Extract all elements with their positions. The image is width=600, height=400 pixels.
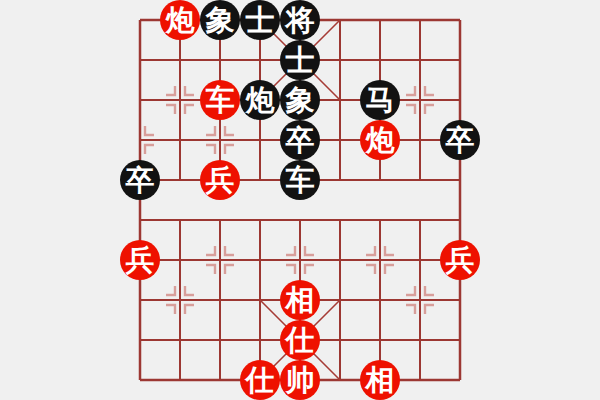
piece-red-cannon[interactable]: 炮 (160, 0, 200, 40)
piece-red-advisor[interactable]: 仕 (240, 360, 280, 400)
piece-red-general[interactable]: 帅 (280, 360, 320, 400)
piece-black-soldier[interactable]: 卒 (280, 120, 320, 160)
piece-red-elephant[interactable]: 相 (280, 280, 320, 320)
piece-black-chariot[interactable]: 车 (280, 160, 320, 200)
piece-red-cannon[interactable]: 炮 (360, 120, 400, 160)
piece-black-soldier[interactable]: 卒 (120, 160, 160, 200)
piece-red-elephant[interactable]: 相 (360, 360, 400, 400)
piece-black-advisor[interactable]: 士 (280, 40, 320, 80)
piece-red-advisor[interactable]: 仕 (280, 320, 320, 360)
piece-red-soldier[interactable]: 兵 (120, 240, 160, 280)
xiangqi-app: 炮象士将士车炮象马卒炮卒卒兵车兵兵相仕仕帅相 (0, 0, 600, 400)
piece-black-advisor[interactable]: 士 (240, 0, 280, 40)
piece-black-soldier[interactable]: 卒 (440, 120, 480, 160)
piece-red-soldier[interactable]: 兵 (440, 240, 480, 280)
piece-red-soldier[interactable]: 兵 (200, 160, 240, 200)
piece-black-cannon[interactable]: 炮 (240, 80, 280, 120)
piece-black-elephant[interactable]: 象 (280, 80, 320, 120)
piece-red-chariot[interactable]: 车 (200, 80, 240, 120)
piece-black-horse[interactable]: 马 (360, 80, 400, 120)
piece-black-general[interactable]: 将 (280, 0, 320, 40)
piece-black-elephant[interactable]: 象 (200, 0, 240, 40)
xiangqi-piece-grid[interactable]: 炮象士将士车炮象马卒炮卒卒兵车兵兵相仕仕帅相 (120, 0, 480, 400)
